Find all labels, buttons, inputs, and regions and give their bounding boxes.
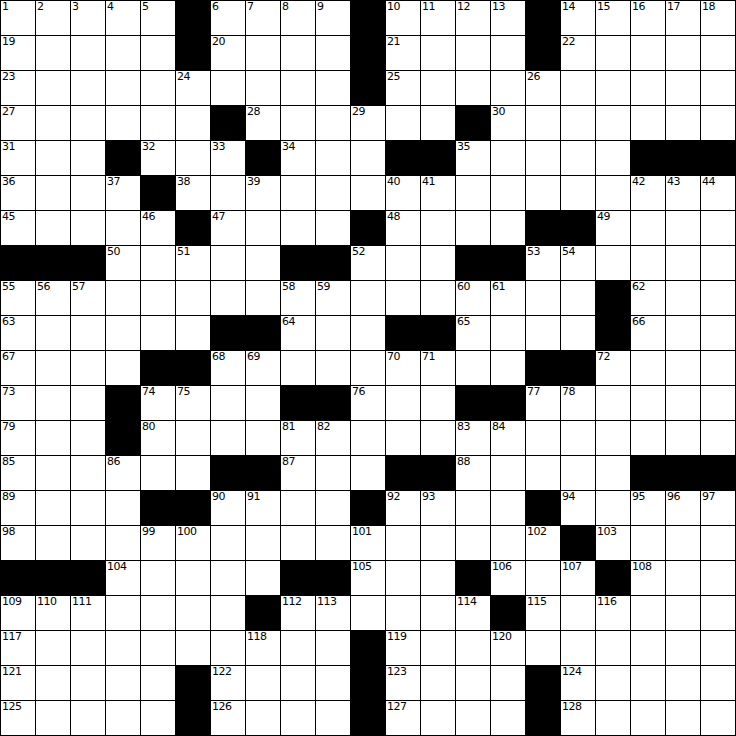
grid-cell[interactable]: 69 (246, 351, 280, 385)
grid-cell[interactable]: 112 (281, 596, 315, 630)
grid-cell[interactable] (421, 666, 455, 700)
grid-cell[interactable]: 36 (1, 176, 35, 210)
grid-cell[interactable] (71, 491, 105, 525)
grid-cell[interactable] (246, 211, 280, 245)
grid-cell[interactable] (211, 561, 245, 595)
grid-cell[interactable]: 67 (1, 351, 35, 385)
grid-cell[interactable] (281, 211, 315, 245)
grid-cell[interactable] (666, 106, 700, 140)
grid-cell[interactable] (281, 36, 315, 70)
grid-cell[interactable] (351, 456, 385, 490)
grid-cell[interactable]: 28 (246, 106, 280, 140)
grid-cell[interactable]: 98 (1, 526, 35, 560)
grid-cell[interactable] (666, 561, 700, 595)
grid-cell[interactable] (596, 176, 630, 210)
grid-cell[interactable] (281, 176, 315, 210)
grid-cell[interactable] (316, 176, 350, 210)
grid-cell[interactable] (71, 71, 105, 105)
grid-cell[interactable]: 16 (631, 1, 665, 35)
grid-cell[interactable]: 97 (701, 491, 735, 525)
grid-cell[interactable] (421, 631, 455, 665)
grid-cell[interactable] (456, 701, 490, 735)
grid-cell[interactable] (176, 316, 210, 350)
grid-cell[interactable]: 12 (456, 1, 490, 35)
grid-cell[interactable] (456, 631, 490, 665)
grid-cell[interactable] (106, 596, 140, 630)
grid-cell[interactable]: 13 (491, 1, 525, 35)
grid-cell[interactable]: 6 (211, 1, 245, 35)
grid-cell[interactable]: 58 (281, 281, 315, 315)
grid-cell[interactable] (351, 176, 385, 210)
grid-cell[interactable] (526, 631, 560, 665)
grid-cell[interactable]: 118 (246, 631, 280, 665)
grid-cell[interactable] (316, 106, 350, 140)
grid-cell[interactable]: 34 (281, 141, 315, 175)
grid-cell[interactable] (421, 596, 455, 630)
grid-cell[interactable] (36, 71, 70, 105)
grid-cell[interactable]: 95 (631, 491, 665, 525)
grid-cell[interactable] (701, 561, 735, 595)
grid-cell[interactable] (666, 421, 700, 455)
grid-cell[interactable] (421, 526, 455, 560)
grid-cell[interactable] (141, 701, 175, 735)
grid-cell[interactable] (106, 526, 140, 560)
grid-cell[interactable] (491, 351, 525, 385)
grid-cell[interactable] (141, 456, 175, 490)
grid-cell[interactable]: 14 (561, 1, 595, 35)
grid-cell[interactable] (631, 211, 665, 245)
grid-cell[interactable] (316, 316, 350, 350)
grid-cell[interactable] (561, 596, 595, 630)
grid-cell[interactable]: 117 (1, 631, 35, 665)
grid-cell[interactable] (456, 666, 490, 700)
grid-cell[interactable] (491, 666, 525, 700)
grid-cell[interactable] (316, 631, 350, 665)
grid-cell[interactable]: 46 (141, 211, 175, 245)
grid-cell[interactable] (561, 316, 595, 350)
grid-cell[interactable] (141, 596, 175, 630)
grid-cell[interactable] (526, 421, 560, 455)
grid-cell[interactable]: 107 (561, 561, 595, 595)
grid-cell[interactable]: 17 (666, 1, 700, 35)
grid-cell[interactable] (456, 176, 490, 210)
grid-cell[interactable] (666, 281, 700, 315)
grid-cell[interactable]: 33 (211, 141, 245, 175)
grid-cell[interactable] (106, 666, 140, 700)
grid-cell[interactable] (351, 351, 385, 385)
grid-cell[interactable] (211, 71, 245, 105)
grid-cell[interactable]: 91 (246, 491, 280, 525)
grid-cell[interactable] (71, 211, 105, 245)
grid-cell[interactable]: 121 (1, 666, 35, 700)
grid-cell[interactable] (456, 526, 490, 560)
grid-cell[interactable] (386, 246, 420, 280)
grid-cell[interactable] (141, 281, 175, 315)
grid-cell[interactable]: 20 (211, 36, 245, 70)
grid-cell[interactable]: 84 (491, 421, 525, 455)
grid-cell[interactable]: 106 (491, 561, 525, 595)
grid-cell[interactable] (491, 211, 525, 245)
grid-cell[interactable] (246, 701, 280, 735)
grid-cell[interactable] (36, 386, 70, 420)
grid-cell[interactable]: 35 (456, 141, 490, 175)
grid-cell[interactable] (596, 106, 630, 140)
grid-cell[interactable] (596, 456, 630, 490)
grid-cell[interactable]: 75 (176, 386, 210, 420)
grid-cell[interactable]: 86 (106, 456, 140, 490)
grid-cell[interactable] (316, 491, 350, 525)
grid-cell[interactable]: 81 (281, 421, 315, 455)
grid-cell[interactable] (141, 36, 175, 70)
grid-cell[interactable]: 37 (106, 176, 140, 210)
grid-cell[interactable]: 99 (141, 526, 175, 560)
grid-cell[interactable] (316, 666, 350, 700)
grid-cell[interactable] (246, 281, 280, 315)
grid-cell[interactable] (176, 421, 210, 455)
grid-cell[interactable] (561, 456, 595, 490)
grid-cell[interactable]: 25 (386, 71, 420, 105)
grid-cell[interactable] (106, 316, 140, 350)
grid-cell[interactable] (701, 71, 735, 105)
grid-cell[interactable] (701, 631, 735, 665)
grid-cell[interactable]: 124 (561, 666, 595, 700)
grid-cell[interactable] (36, 36, 70, 70)
grid-cell[interactable]: 92 (386, 491, 420, 525)
grid-cell[interactable]: 87 (281, 456, 315, 490)
grid-cell[interactable] (666, 246, 700, 280)
grid-cell[interactable]: 63 (1, 316, 35, 350)
grid-cell[interactable] (211, 246, 245, 280)
grid-cell[interactable] (71, 701, 105, 735)
grid-cell[interactable] (211, 421, 245, 455)
grid-cell[interactable] (666, 701, 700, 735)
grid-cell[interactable] (71, 421, 105, 455)
grid-cell[interactable] (596, 246, 630, 280)
grid-cell[interactable] (631, 701, 665, 735)
grid-cell[interactable]: 9 (316, 1, 350, 35)
grid-cell[interactable] (526, 281, 560, 315)
grid-cell[interactable]: 21 (386, 36, 420, 70)
grid-cell[interactable] (211, 386, 245, 420)
grid-cell[interactable]: 105 (351, 561, 385, 595)
grid-cell[interactable] (701, 211, 735, 245)
grid-cell[interactable]: 15 (596, 1, 630, 35)
grid-cell[interactable] (666, 596, 700, 630)
grid-cell[interactable] (491, 71, 525, 105)
grid-cell[interactable] (36, 141, 70, 175)
grid-cell[interactable] (421, 281, 455, 315)
grid-cell[interactable]: 56 (36, 281, 70, 315)
grid-cell[interactable]: 82 (316, 421, 350, 455)
grid-cell[interactable] (666, 631, 700, 665)
grid-cell[interactable] (281, 526, 315, 560)
grid-cell[interactable]: 103 (596, 526, 630, 560)
grid-cell[interactable] (106, 491, 140, 525)
grid-cell[interactable] (316, 36, 350, 70)
grid-cell[interactable]: 115 (526, 596, 560, 630)
grid-cell[interactable]: 62 (631, 281, 665, 315)
grid-cell[interactable] (491, 491, 525, 525)
grid-cell[interactable] (71, 351, 105, 385)
grid-cell[interactable] (141, 631, 175, 665)
grid-cell[interactable] (421, 71, 455, 105)
grid-cell[interactable]: 11 (421, 1, 455, 35)
grid-cell[interactable]: 76 (351, 386, 385, 420)
grid-cell[interactable]: 74 (141, 386, 175, 420)
grid-cell[interactable] (141, 316, 175, 350)
grid-cell[interactable] (456, 71, 490, 105)
grid-cell[interactable]: 3 (71, 1, 105, 35)
grid-cell[interactable] (246, 526, 280, 560)
grid-cell[interactable]: 48 (386, 211, 420, 245)
grid-cell[interactable]: 116 (596, 596, 630, 630)
grid-cell[interactable]: 128 (561, 701, 595, 735)
grid-cell[interactable] (526, 561, 560, 595)
grid-cell[interactable] (386, 526, 420, 560)
grid-cell[interactable] (141, 666, 175, 700)
grid-cell[interactable] (36, 316, 70, 350)
grid-cell[interactable] (246, 666, 280, 700)
grid-cell[interactable] (176, 456, 210, 490)
grid-cell[interactable]: 89 (1, 491, 35, 525)
grid-cell[interactable]: 45 (1, 211, 35, 245)
grid-cell[interactable] (631, 596, 665, 630)
grid-cell[interactable] (666, 71, 700, 105)
grid-cell[interactable] (281, 631, 315, 665)
grid-cell[interactable] (141, 71, 175, 105)
grid-cell[interactable]: 49 (596, 211, 630, 245)
grid-cell[interactable] (281, 701, 315, 735)
grid-cell[interactable] (71, 456, 105, 490)
grid-cell[interactable] (106, 106, 140, 140)
grid-cell[interactable] (36, 491, 70, 525)
grid-cell[interactable]: 27 (1, 106, 35, 140)
grid-cell[interactable] (386, 106, 420, 140)
grid-cell[interactable] (631, 36, 665, 70)
grid-cell[interactable] (36, 666, 70, 700)
grid-cell[interactable] (491, 456, 525, 490)
grid-cell[interactable] (141, 246, 175, 280)
grid-cell[interactable] (561, 141, 595, 175)
grid-cell[interactable] (71, 141, 105, 175)
grid-cell[interactable]: 102 (526, 526, 560, 560)
grid-cell[interactable]: 59 (316, 281, 350, 315)
grid-cell[interactable]: 73 (1, 386, 35, 420)
grid-cell[interactable]: 8 (281, 1, 315, 35)
grid-cell[interactable] (631, 526, 665, 560)
grid-cell[interactable]: 85 (1, 456, 35, 490)
grid-cell[interactable] (701, 36, 735, 70)
grid-cell[interactable] (631, 386, 665, 420)
grid-cell[interactable] (211, 526, 245, 560)
grid-cell[interactable] (106, 281, 140, 315)
grid-cell[interactable] (141, 561, 175, 595)
grid-cell[interactable] (36, 456, 70, 490)
grid-cell[interactable]: 26 (526, 71, 560, 105)
grid-cell[interactable]: 60 (456, 281, 490, 315)
grid-cell[interactable]: 47 (211, 211, 245, 245)
grid-cell[interactable]: 68 (211, 351, 245, 385)
grid-cell[interactable] (176, 561, 210, 595)
grid-cell[interactable] (421, 36, 455, 70)
grid-cell[interactable] (631, 246, 665, 280)
grid-cell[interactable] (701, 596, 735, 630)
grid-cell[interactable] (491, 526, 525, 560)
grid-cell[interactable]: 88 (456, 456, 490, 490)
grid-cell[interactable] (701, 386, 735, 420)
grid-cell[interactable] (456, 351, 490, 385)
grid-cell[interactable] (631, 631, 665, 665)
grid-cell[interactable]: 40 (386, 176, 420, 210)
grid-cell[interactable] (281, 666, 315, 700)
grid-cell[interactable] (596, 36, 630, 70)
grid-cell[interactable]: 1 (1, 1, 35, 35)
grid-cell[interactable]: 104 (106, 561, 140, 595)
grid-cell[interactable] (211, 596, 245, 630)
grid-cell[interactable]: 41 (421, 176, 455, 210)
grid-cell[interactable]: 78 (561, 386, 595, 420)
grid-cell[interactable] (421, 246, 455, 280)
grid-cell[interactable] (106, 701, 140, 735)
grid-cell[interactable] (666, 351, 700, 385)
grid-cell[interactable]: 64 (281, 316, 315, 350)
grid-cell[interactable]: 54 (561, 246, 595, 280)
grid-cell[interactable] (316, 701, 350, 735)
grid-cell[interactable]: 4 (106, 1, 140, 35)
grid-cell[interactable] (526, 141, 560, 175)
grid-cell[interactable] (701, 246, 735, 280)
grid-cell[interactable] (141, 106, 175, 140)
grid-cell[interactable] (386, 386, 420, 420)
grid-cell[interactable] (71, 631, 105, 665)
grid-cell[interactable] (316, 456, 350, 490)
grid-cell[interactable]: 123 (386, 666, 420, 700)
grid-cell[interactable] (526, 316, 560, 350)
grid-cell[interactable] (106, 211, 140, 245)
grid-cell[interactable] (176, 596, 210, 630)
grid-cell[interactable] (246, 386, 280, 420)
grid-cell[interactable] (561, 281, 595, 315)
grid-cell[interactable]: 113 (316, 596, 350, 630)
grid-cell[interactable] (316, 211, 350, 245)
grid-cell[interactable]: 30 (491, 106, 525, 140)
grid-cell[interactable] (106, 631, 140, 665)
grid-cell[interactable] (561, 631, 595, 665)
grid-cell[interactable]: 108 (631, 561, 665, 595)
grid-cell[interactable] (71, 106, 105, 140)
grid-cell[interactable]: 39 (246, 176, 280, 210)
grid-cell[interactable] (456, 36, 490, 70)
grid-cell[interactable]: 61 (491, 281, 525, 315)
grid-cell[interactable] (701, 106, 735, 140)
grid-cell[interactable]: 70 (386, 351, 420, 385)
grid-cell[interactable]: 5 (141, 1, 175, 35)
grid-cell[interactable]: 24 (176, 71, 210, 105)
grid-cell[interactable] (526, 176, 560, 210)
grid-cell[interactable] (176, 281, 210, 315)
grid-cell[interactable]: 52 (351, 246, 385, 280)
grid-cell[interactable]: 120 (491, 631, 525, 665)
grid-cell[interactable]: 38 (176, 176, 210, 210)
grid-cell[interactable]: 77 (526, 386, 560, 420)
grid-cell[interactable] (36, 351, 70, 385)
grid-cell[interactable]: 125 (1, 701, 35, 735)
grid-cell[interactable]: 18 (701, 1, 735, 35)
grid-cell[interactable]: 119 (386, 631, 420, 665)
grid-cell[interactable]: 72 (596, 351, 630, 385)
grid-cell[interactable]: 90 (211, 491, 245, 525)
grid-cell[interactable] (491, 141, 525, 175)
grid-cell[interactable] (351, 596, 385, 630)
grid-cell[interactable] (386, 281, 420, 315)
grid-cell[interactable] (421, 561, 455, 595)
grid-cell[interactable] (36, 106, 70, 140)
grid-cell[interactable] (36, 526, 70, 560)
grid-cell[interactable] (71, 316, 105, 350)
grid-cell[interactable] (596, 141, 630, 175)
grid-cell[interactable] (351, 316, 385, 350)
grid-cell[interactable] (106, 351, 140, 385)
grid-cell[interactable] (666, 211, 700, 245)
grid-cell[interactable]: 19 (1, 36, 35, 70)
grid-cell[interactable] (211, 631, 245, 665)
grid-cell[interactable]: 7 (246, 1, 280, 35)
grid-cell[interactable]: 83 (456, 421, 490, 455)
grid-cell[interactable] (351, 141, 385, 175)
grid-cell[interactable] (701, 316, 735, 350)
grid-cell[interactable]: 96 (666, 491, 700, 525)
grid-cell[interactable]: 42 (631, 176, 665, 210)
grid-cell[interactable] (526, 456, 560, 490)
grid-cell[interactable] (421, 386, 455, 420)
grid-cell[interactable] (631, 351, 665, 385)
grid-cell[interactable] (666, 316, 700, 350)
grid-cell[interactable] (701, 351, 735, 385)
grid-cell[interactable] (176, 631, 210, 665)
grid-cell[interactable]: 43 (666, 176, 700, 210)
grid-cell[interactable] (36, 211, 70, 245)
grid-cell[interactable] (71, 176, 105, 210)
grid-cell[interactable] (246, 36, 280, 70)
grid-cell[interactable]: 93 (421, 491, 455, 525)
grid-cell[interactable] (211, 176, 245, 210)
grid-cell[interactable]: 109 (1, 596, 35, 630)
grid-cell[interactable]: 23 (1, 71, 35, 105)
grid-cell[interactable]: 110 (36, 596, 70, 630)
grid-cell[interactable] (386, 561, 420, 595)
grid-cell[interactable] (421, 106, 455, 140)
grid-cell[interactable]: 100 (176, 526, 210, 560)
grid-cell[interactable]: 122 (211, 666, 245, 700)
grid-cell[interactable] (316, 526, 350, 560)
grid-cell[interactable] (316, 351, 350, 385)
grid-cell[interactable] (666, 36, 700, 70)
grid-cell[interactable] (316, 141, 350, 175)
grid-cell[interactable] (386, 596, 420, 630)
grid-cell[interactable] (421, 211, 455, 245)
grid-cell[interactable]: 53 (526, 246, 560, 280)
grid-cell[interactable]: 29 (351, 106, 385, 140)
grid-cell[interactable] (631, 71, 665, 105)
grid-cell[interactable] (176, 106, 210, 140)
grid-cell[interactable] (36, 421, 70, 455)
grid-cell[interactable] (596, 71, 630, 105)
grid-cell[interactable]: 126 (211, 701, 245, 735)
grid-cell[interactable] (456, 491, 490, 525)
grid-cell[interactable] (666, 666, 700, 700)
grid-cell[interactable] (36, 176, 70, 210)
grid-cell[interactable]: 50 (106, 246, 140, 280)
